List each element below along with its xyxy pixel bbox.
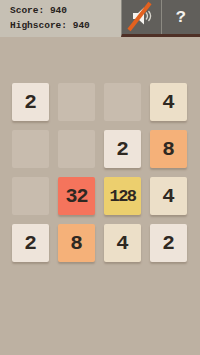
score-value: 940 [50, 5, 67, 16]
game-board-grid[interactable]: 24283212842842 [12, 83, 187, 262]
tile-2: 2 [104, 130, 141, 168]
tile-4: 4 [150, 177, 187, 215]
empty-cell [58, 130, 95, 168]
score-line: Score: 940 [10, 3, 90, 18]
help-button[interactable]: ? [161, 0, 200, 34]
empty-cell [104, 83, 141, 121]
speaker-muted-icon [128, 3, 154, 32]
button-panel: ? [121, 0, 200, 37]
empty-cell [58, 83, 95, 121]
app-screen: Score: 940 Highscore: 940 ? 242832128 [0, 0, 200, 355]
tile-4: 4 [150, 83, 187, 121]
tile-8: 8 [58, 224, 95, 262]
highscore-value: 940 [73, 20, 90, 31]
empty-cell [12, 130, 49, 168]
highscore-line: Highscore: 940 [10, 18, 90, 33]
tile-2: 2 [12, 83, 49, 121]
top-bar: Score: 940 Highscore: 940 ? [0, 0, 200, 37]
tile-2: 2 [150, 224, 187, 262]
score-label: Score: [10, 5, 44, 16]
question-mark-icon: ? [176, 8, 186, 27]
tile-128: 128 [104, 177, 141, 215]
score-panel: Score: 940 Highscore: 940 [10, 3, 90, 33]
tile-4: 4 [104, 224, 141, 262]
highscore-label: Highscore: [10, 20, 67, 31]
empty-cell [12, 177, 49, 215]
tile-8: 8 [150, 130, 187, 168]
mute-button[interactable] [122, 0, 161, 34]
tile-2: 2 [12, 224, 49, 262]
tile-32: 32 [58, 177, 95, 215]
